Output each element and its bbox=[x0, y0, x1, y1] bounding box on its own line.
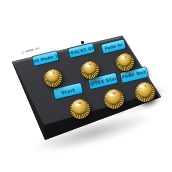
rotary-knob-5[interactable] bbox=[104, 89, 124, 109]
knob-marker bbox=[87, 64, 91, 66]
knob-marker bbox=[77, 103, 81, 105]
led-dot-icon bbox=[81, 41, 84, 44]
lcd-text: Fade In bbox=[104, 41, 123, 50]
product-photo: 00 Mode 1 TRACKS ON Fade In Start NOTES … bbox=[0, 0, 172, 172]
brand-wordmark-icon bbox=[25, 49, 34, 52]
knob-marker bbox=[142, 85, 146, 87]
knob-marker bbox=[111, 93, 115, 95]
rotary-knob-4[interactable] bbox=[70, 99, 90, 119]
rotary-knob-3[interactable] bbox=[116, 53, 134, 71]
rotary-knob-2[interactable] bbox=[81, 61, 99, 79]
knob-cap bbox=[137, 83, 152, 98]
knob-cap bbox=[118, 54, 131, 67]
brand-logo bbox=[21, 45, 44, 56]
knob-cap bbox=[46, 70, 59, 83]
knob-marker bbox=[50, 72, 54, 74]
knob-cap bbox=[106, 90, 121, 105]
rotary-knob-1[interactable] bbox=[44, 69, 62, 87]
knob-marker bbox=[122, 56, 126, 58]
brand-wordmark-icon bbox=[21, 50, 25, 54]
brand-wordmark-icon bbox=[35, 47, 40, 50]
rotary-knob-6[interactable] bbox=[135, 82, 155, 102]
lcd-text: Start bbox=[61, 87, 76, 95]
knob-cap bbox=[72, 100, 87, 115]
knob-cap bbox=[83, 62, 96, 75]
